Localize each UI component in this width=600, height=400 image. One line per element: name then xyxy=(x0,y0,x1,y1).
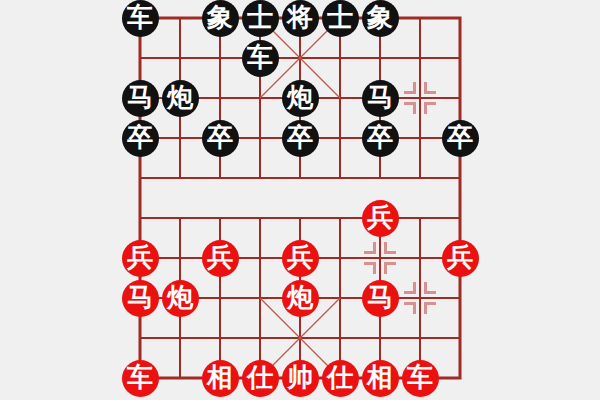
red-soldier[interactable]: 兵 xyxy=(282,240,319,277)
move-from-marker xyxy=(400,278,440,318)
piece-glyph: 士 xyxy=(247,4,273,30)
piece-glyph: 卒 xyxy=(127,124,153,150)
red-advisor[interactable]: 仕 xyxy=(242,360,279,397)
red-elephant[interactable]: 相 xyxy=(202,360,239,397)
piece-glyph: 车 xyxy=(127,364,153,390)
red-soldier[interactable]: 兵 xyxy=(202,240,239,277)
piece-glyph: 卒 xyxy=(367,124,393,150)
piece-glyph: 象 xyxy=(367,4,393,30)
piece-glyph: 炮 xyxy=(287,284,313,310)
black-soldier[interactable]: 卒 xyxy=(362,120,399,157)
piece-glyph: 车 xyxy=(407,364,433,390)
piece-glyph: 马 xyxy=(367,84,393,110)
black-soldier[interactable]: 卒 xyxy=(202,120,239,157)
red-soldier[interactable]: 兵 xyxy=(122,240,159,277)
red-chariot[interactable]: 车 xyxy=(402,360,439,397)
black-horse[interactable]: 马 xyxy=(362,80,399,117)
black-chariot[interactable]: 车 xyxy=(122,0,159,37)
piece-glyph: 车 xyxy=(247,44,273,70)
piece-glyph: 炮 xyxy=(287,84,313,110)
move-from-marker xyxy=(400,78,440,118)
marker-corner xyxy=(404,82,416,94)
red-general[interactable]: 帅 xyxy=(282,360,319,397)
marker-corner xyxy=(404,302,416,314)
marker-corner xyxy=(384,242,396,254)
marker-corner xyxy=(384,262,396,274)
piece-glyph: 象 xyxy=(207,4,233,30)
piece-glyph: 卒 xyxy=(447,124,473,150)
piece-glyph: 卒 xyxy=(287,124,313,150)
piece-glyph: 士 xyxy=(327,4,353,30)
marker-corner xyxy=(424,302,436,314)
marker-corner xyxy=(424,82,436,94)
black-chariot[interactable]: 车 xyxy=(242,40,279,77)
black-cannon[interactable]: 炮 xyxy=(282,80,319,117)
piece-glyph: 卒 xyxy=(207,124,233,150)
red-horse[interactable]: 马 xyxy=(122,280,159,317)
xiangqi-app: 车象士将士象车马炮炮马卒卒卒卒卒兵兵兵兵兵马炮炮马车相仕帅仕相车 xyxy=(0,0,600,400)
piece-glyph: 帅 xyxy=(287,364,313,390)
black-soldier[interactable]: 卒 xyxy=(282,120,319,157)
black-horse[interactable]: 马 xyxy=(122,80,159,117)
piece-glyph: 将 xyxy=(287,4,313,30)
move-from-marker xyxy=(360,238,400,278)
red-elephant[interactable]: 相 xyxy=(362,360,399,397)
black-advisor[interactable]: 士 xyxy=(242,0,279,37)
marker-corner xyxy=(364,262,376,274)
piece-glyph: 兵 xyxy=(367,204,393,230)
piece-glyph: 相 xyxy=(207,364,233,390)
marker-corner xyxy=(424,102,436,114)
piece-glyph: 炮 xyxy=(167,284,193,310)
piece-glyph: 炮 xyxy=(167,84,193,110)
piece-glyph: 兵 xyxy=(127,244,153,270)
piece-glyph: 车 xyxy=(127,4,153,30)
red-soldier[interactable]: 兵 xyxy=(442,240,479,277)
piece-glyph: 兵 xyxy=(287,244,313,270)
marker-corner xyxy=(364,242,376,254)
red-horse[interactable]: 马 xyxy=(362,280,399,317)
piece-glyph: 马 xyxy=(127,84,153,110)
black-cannon[interactable]: 炮 xyxy=(162,80,199,117)
black-general[interactable]: 将 xyxy=(282,0,319,37)
black-advisor[interactable]: 士 xyxy=(322,0,359,37)
red-advisor[interactable]: 仕 xyxy=(322,360,359,397)
xiangqi-board: 车象士将士象车马炮炮马卒卒卒卒卒兵兵兵兵兵马炮炮马车相仕帅仕相车 xyxy=(120,0,480,398)
piece-glyph: 马 xyxy=(127,284,153,310)
red-chariot[interactable]: 车 xyxy=(122,360,159,397)
black-soldier[interactable]: 卒 xyxy=(442,120,479,157)
piece-glyph: 仕 xyxy=(247,364,273,390)
black-elephant[interactable]: 象 xyxy=(362,0,399,37)
piece-glyph: 兵 xyxy=(207,244,233,270)
piece-glyph: 马 xyxy=(367,284,393,310)
piece-glyph: 相 xyxy=(367,364,393,390)
marker-corner xyxy=(404,102,416,114)
red-cannon[interactable]: 炮 xyxy=(162,280,199,317)
red-cannon[interactable]: 炮 xyxy=(282,280,319,317)
black-elephant[interactable]: 象 xyxy=(202,0,239,37)
piece-glyph: 仕 xyxy=(327,364,353,390)
marker-corner xyxy=(404,282,416,294)
marker-corner xyxy=(424,282,436,294)
red-soldier[interactable]: 兵 xyxy=(362,200,399,237)
piece-glyph: 兵 xyxy=(447,244,473,270)
black-soldier[interactable]: 卒 xyxy=(122,120,159,157)
